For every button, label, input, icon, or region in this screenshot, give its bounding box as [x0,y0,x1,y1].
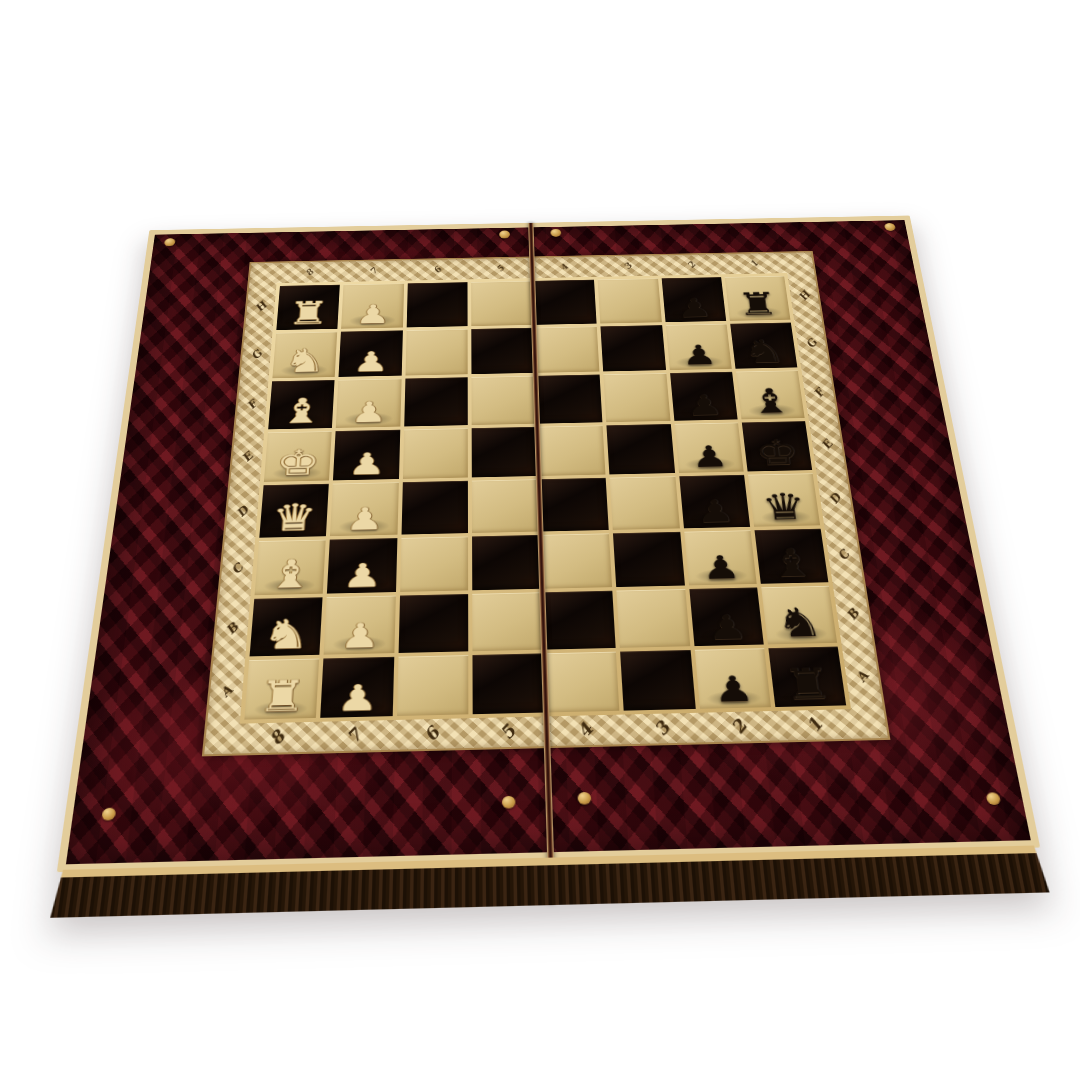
square-g4[interactable] [536,326,600,373]
square-g8[interactable]: ♞ [272,331,337,378]
wooden-pin [499,230,510,238]
square-b4[interactable] [544,591,616,649]
square-f8[interactable]: ♝ [268,380,335,429]
square-e6[interactable] [402,428,467,479]
wooden-pin [884,223,896,231]
piece-white-pawn[interactable]: ♟ [344,493,382,536]
piece-black-pawn[interactable]: ♟ [702,542,742,586]
square-e7[interactable]: ♟ [333,429,400,480]
piece-white-pawn[interactable]: ♟ [347,439,385,481]
piece-white-pawn[interactable]: ♟ [336,672,377,718]
square-c4[interactable] [543,533,613,589]
square-e3[interactable] [607,424,675,475]
piece-black-pawn[interactable]: ♟ [713,663,755,709]
square-h7[interactable]: ♟ [341,283,403,328]
square-c7[interactable]: ♟ [327,538,397,594]
piece-white-rook[interactable]: ♜ [256,665,305,720]
square-b2[interactable]: ♟ [689,587,764,645]
square-d4[interactable] [541,478,609,531]
piece-black-pawn[interactable]: ♟ [686,380,723,421]
chess-set-scene: 87654321 87654321 HGFEDCBA HGFEDCBA ♜♟♟♜… [50,216,1050,919]
piece-black-pawn[interactable]: ♟ [691,432,729,474]
square-a8[interactable]: ♜ [244,658,319,720]
wooden-pin [550,229,561,237]
piece-white-pawn[interactable]: ♟ [350,387,387,428]
wooden-pin [101,808,116,821]
piece-black-king[interactable]: ♚ [756,423,801,472]
square-g6[interactable] [405,329,467,376]
square-g7[interactable]: ♟ [339,330,403,377]
square-h6[interactable] [406,282,467,327]
square-f3[interactable] [604,373,670,422]
square-c6[interactable] [400,536,468,592]
square-b3[interactable] [617,589,690,647]
piece-white-pawn[interactable]: ♟ [352,338,388,378]
square-d7[interactable]: ♟ [330,482,398,535]
square-h2[interactable]: ♟ [661,277,726,322]
piece-white-knight[interactable]: ♞ [282,332,325,379]
square-f4[interactable] [537,374,602,423]
square-d2[interactable]: ♟ [679,475,750,528]
piece-white-knight[interactable]: ♞ [261,603,309,657]
piece-white-bishop[interactable]: ♝ [266,543,313,595]
square-e4[interactable] [539,425,606,476]
piece-white-bishop[interactable]: ♝ [279,381,323,429]
square-e5[interactable] [471,426,536,477]
wooden-pin [164,238,176,246]
piece-black-knight[interactable]: ♞ [777,591,826,645]
square-f6[interactable] [404,377,468,426]
square-c8[interactable]: ♝ [255,539,326,595]
wooden-pin [986,792,1002,805]
piece-black-bishop[interactable]: ♝ [749,372,793,420]
piece-black-rook[interactable]: ♜ [784,652,834,707]
square-h8[interactable]: ♜ [276,285,340,330]
piece-white-pawn[interactable]: ♟ [354,290,389,329]
piece-white-queen[interactable]: ♛ [270,487,316,538]
square-b5[interactable] [472,592,542,650]
square-a7[interactable]: ♟ [320,656,393,717]
square-e8[interactable]: ♚ [264,431,332,482]
carved-frame: 87654321 87654321 HGFEDCBA HGFEDCBA ♜♟♟♜… [57,216,1040,873]
square-h3[interactable] [598,278,662,323]
square-g3[interactable] [601,325,666,372]
square-b6[interactable] [398,594,468,653]
piece-black-queen[interactable]: ♛ [762,476,809,527]
wooden-pin [502,796,516,809]
piece-black-pawn[interactable]: ♟ [696,486,735,529]
wooden-pin [577,792,591,805]
square-d6[interactable] [401,481,468,534]
piece-white-king[interactable]: ♚ [274,433,319,483]
piece-black-pawn[interactable]: ♟ [681,331,717,371]
piece-black-pawn[interactable]: ♟ [707,601,748,646]
square-c3[interactable] [613,531,684,587]
piece-black-bishop[interactable]: ♝ [769,532,817,584]
square-e2[interactable]: ♟ [674,422,743,473]
square-d3[interactable] [610,476,680,529]
piece-white-pawn[interactable]: ♟ [339,609,379,654]
square-d5[interactable] [472,479,539,532]
square-c5[interactable] [472,535,540,591]
square-f7[interactable]: ♟ [336,379,401,428]
square-f2[interactable]: ♟ [670,372,738,421]
square-b8[interactable]: ♞ [250,597,323,656]
photo-canvas: 87654321 87654321 HGFEDCBA HGFEDCBA ♜♟♟♜… [0,0,1080,1080]
square-g5[interactable] [471,327,534,374]
square-d8[interactable]: ♛ [259,484,329,538]
piece-white-pawn[interactable]: ♟ [342,550,381,594]
square-g2[interactable]: ♟ [665,323,731,370]
square-b7[interactable]: ♟ [324,596,395,655]
square-c2[interactable]: ♟ [684,530,757,586]
piece-black-knight[interactable]: ♞ [743,323,787,370]
square-f5[interactable] [471,376,535,425]
